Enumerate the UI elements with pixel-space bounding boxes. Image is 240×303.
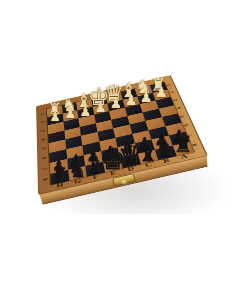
piece-white-pawn[interactable]: ♟: [155, 86, 168, 101]
piece-black-knight[interactable]: ♞: [68, 160, 86, 180]
piece-white-pawn[interactable]: ♟: [80, 104, 92, 117]
piece-white-pawn[interactable]: ♟: [50, 112, 61, 125]
piece-black-rook[interactable]: ♜: [51, 165, 68, 183]
piece-white-pawn[interactable]: ♟: [140, 90, 153, 104]
piece-white-pawn[interactable]: ♟: [65, 108, 77, 121]
piece-black-rook[interactable]: ♜: [173, 134, 193, 156]
piece-black-bishop[interactable]: ♝: [85, 154, 105, 177]
piece-white-pawn[interactable]: ♟: [125, 93, 138, 107]
piece-white-pawn[interactable]: ♟: [95, 101, 107, 114]
chess-set-photo: HGFEDCBA 12345678 12345678 ♜♞♝♛♚♝♞♜♟♟♟♟♟…: [0, 0, 240, 303]
piece-white-pawn[interactable]: ♟: [110, 97, 122, 111]
pieces-layer: ♜♞♝♛♚♝♞♜♟♟♟♟♟♟♟♟♟♟♟♟♟♟♟♟♜♞♝♛♚♝♞♜: [0, 0, 240, 303]
